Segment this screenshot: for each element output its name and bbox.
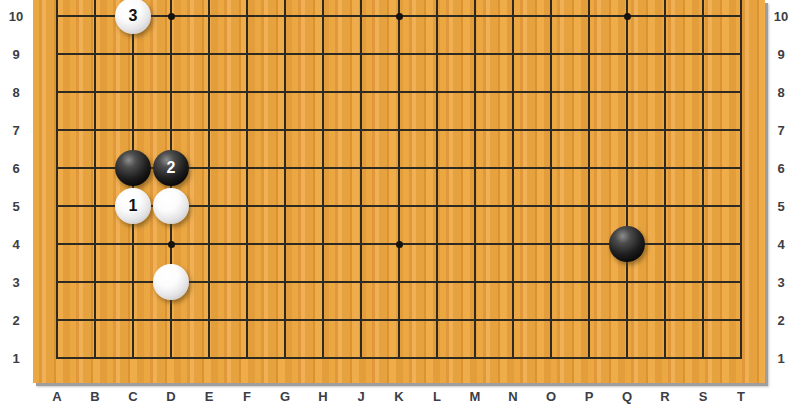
grid-line-row-2 [56,319,742,321]
coord-label-bottom-C: C [128,389,137,404]
coord-label-bottom-M: M [470,389,481,404]
black-stone-D6-move-2[interactable]: 2 [153,150,189,186]
white-stone-D3[interactable] [153,264,189,300]
coord-label-left-8: 8 [12,85,19,100]
coord-label-bottom-B: B [90,389,99,404]
go-board[interactable]: 321 [33,0,765,383]
white-stone-C10-move-3[interactable]: 3 [115,0,151,34]
coord-label-left-1: 1 [12,351,19,366]
coord-label-right-4: 4 [777,237,784,252]
black-stone-C6[interactable] [115,150,151,186]
coord-label-right-6: 6 [777,161,784,176]
black-stone-Q4[interactable] [609,226,645,262]
coord-label-left-3: 3 [12,275,19,290]
coord-label-left-4: 4 [12,237,19,252]
coord-label-right-7: 7 [777,123,784,138]
coord-label-right-10: 10 [774,9,788,24]
grid-line-row-8 [56,91,742,93]
star-point-D4 [168,241,175,248]
star-point-K10 [396,13,403,20]
white-stone-C5-move-1[interactable]: 1 [115,188,151,224]
coord-label-bottom-H: H [318,389,327,404]
coord-label-bottom-G: G [280,389,290,404]
star-point-K4 [396,241,403,248]
coord-label-left-6: 6 [12,161,19,176]
coord-label-left-9: 9 [12,47,19,62]
coord-label-right-9: 9 [777,47,784,62]
coord-label-bottom-P: P [585,389,594,404]
coord-label-left-7: 7 [12,123,19,138]
coord-label-bottom-L: L [433,389,441,404]
coord-label-bottom-R: R [660,389,669,404]
grid-line-row-7 [56,129,742,131]
coord-label-right-2: 2 [777,313,784,328]
coord-label-left-5: 5 [12,199,19,214]
coord-label-bottom-T: T [737,389,745,404]
coord-label-right-1: 1 [777,351,784,366]
coord-label-bottom-S: S [699,389,708,404]
coord-label-right-8: 8 [777,85,784,100]
coord-label-bottom-F: F [243,389,251,404]
coord-label-left-10: 10 [9,9,23,24]
coord-label-bottom-N: N [508,389,517,404]
grid-line-row-1 [56,357,742,359]
coord-label-bottom-Q: Q [622,389,632,404]
coord-label-bottom-E: E [205,389,214,404]
coord-label-right-3: 3 [777,275,784,290]
coord-label-bottom-K: K [394,389,403,404]
go-diagram: 321 ABCDEFGHJKLMNOPQRST10109988776655443… [0,0,800,419]
coord-label-left-2: 2 [12,313,19,328]
white-stone-D5[interactable] [153,188,189,224]
star-point-Q10 [624,13,631,20]
star-point-D10 [168,13,175,20]
coord-label-bottom-A: A [52,389,61,404]
grid-line-row-9 [56,53,742,55]
coord-label-bottom-O: O [546,389,556,404]
coord-label-bottom-D: D [166,389,175,404]
coord-label-bottom-J: J [357,389,364,404]
coord-label-right-5: 5 [777,199,784,214]
